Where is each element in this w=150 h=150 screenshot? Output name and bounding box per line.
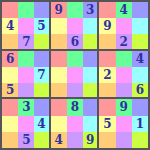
sudoku-cell-r5c9[interactable] [132, 67, 148, 83]
sudoku-cell-r4c9[interactable]: 4 [132, 51, 148, 67]
sudoku-cell-r6c6[interactable] [83, 83, 99, 99]
sudoku-cell-r4c5[interactable] [67, 51, 83, 67]
sudoku-cell-r2c6[interactable] [83, 18, 99, 34]
sudoku-cell-r9c1[interactable] [2, 132, 18, 148]
sudoku-cell-r2c7[interactable]: 9 [99, 18, 115, 34]
sudoku-cell-r6c7[interactable] [99, 83, 115, 99]
sudoku-cell-r5c4[interactable] [51, 67, 67, 83]
sudoku-cell-r3c3[interactable] [34, 34, 50, 50]
sudoku-board: 934459762647256389451549 [0, 0, 150, 150]
sudoku-cell-r8c9[interactable]: 1 [132, 116, 148, 132]
sudoku-cell-r4c8[interactable] [116, 51, 132, 67]
sudoku-cell-r3c9[interactable] [132, 34, 148, 50]
sudoku-cell-r8c6[interactable] [83, 116, 99, 132]
sudoku-cell-r1c7[interactable] [99, 2, 115, 18]
sudoku-cell-r7c5[interactable]: 8 [67, 99, 83, 115]
sudoku-cell-r5c6[interactable] [83, 67, 99, 83]
sudoku-cell-r4c1[interactable]: 6 [2, 51, 18, 67]
sudoku-cell-r9c4[interactable]: 4 [51, 132, 67, 148]
sudoku-cell-r9c6[interactable]: 9 [83, 132, 99, 148]
sudoku-cell-r7c6[interactable] [83, 99, 99, 115]
sudoku-cell-r1c1[interactable] [2, 2, 18, 18]
sudoku-cell-r1c5[interactable] [67, 2, 83, 18]
sudoku-cell-r3c6[interactable] [83, 34, 99, 50]
sudoku-cell-r7c8[interactable]: 9 [116, 99, 132, 115]
sudoku-cell-r8c8[interactable] [116, 116, 132, 132]
sudoku-cell-r1c6[interactable]: 3 [83, 2, 99, 18]
sudoku-cell-r2c4[interactable] [51, 18, 67, 34]
sudoku-cell-r9c8[interactable] [116, 132, 132, 148]
sudoku-cell-r5c2[interactable] [18, 67, 34, 83]
sudoku-cell-r7c2[interactable]: 3 [18, 99, 34, 115]
sudoku-cell-r1c9[interactable] [132, 2, 148, 18]
sudoku-cell-r1c3[interactable] [34, 2, 50, 18]
sudoku-cell-r8c3[interactable]: 4 [34, 116, 50, 132]
sudoku-cell-r9c9[interactable] [132, 132, 148, 148]
sudoku-cell-r6c3[interactable] [34, 83, 50, 99]
sudoku-cell-r3c7[interactable] [99, 34, 115, 50]
sudoku-cell-r3c2[interactable]: 7 [18, 34, 34, 50]
sudoku-cell-r2c3[interactable]: 5 [34, 18, 50, 34]
sudoku-cell-r4c4[interactable] [51, 51, 67, 67]
sudoku-cell-r9c3[interactable] [34, 132, 50, 148]
sudoku-cell-r1c4[interactable]: 9 [51, 2, 67, 18]
sudoku-cell-r3c5[interactable]: 6 [67, 34, 83, 50]
sudoku-cell-r7c9[interactable] [132, 99, 148, 115]
sudoku-cell-r5c8[interactable] [116, 67, 132, 83]
sudoku-cell-r5c1[interactable] [2, 67, 18, 83]
sudoku-cell-r9c2[interactable]: 5 [18, 132, 34, 148]
sudoku-cell-r4c6[interactable] [83, 51, 99, 67]
sudoku-cell-r7c3[interactable] [34, 99, 50, 115]
sudoku-cell-r6c1[interactable]: 5 [2, 83, 18, 99]
sudoku-cell-r3c8[interactable]: 2 [116, 34, 132, 50]
sudoku-cell-r6c5[interactable] [67, 83, 83, 99]
sudoku-cell-r6c8[interactable] [116, 83, 132, 99]
sudoku-cell-r5c3[interactable]: 7 [34, 67, 50, 83]
sudoku-cell-r7c7[interactable] [99, 99, 115, 115]
sudoku-cell-r5c5[interactable] [67, 67, 83, 83]
sudoku-cell-r8c5[interactable] [67, 116, 83, 132]
sudoku-cell-r4c3[interactable] [34, 51, 50, 67]
sudoku-cell-r6c4[interactable] [51, 83, 67, 99]
sudoku-cell-r2c9[interactable] [132, 18, 148, 34]
sudoku-cell-r9c5[interactable] [67, 132, 83, 148]
sudoku-cell-r2c8[interactable] [116, 18, 132, 34]
sudoku-cell-r8c4[interactable] [51, 116, 67, 132]
sudoku-cell-r7c1[interactable] [2, 99, 18, 115]
sudoku-cell-r2c2[interactable] [18, 18, 34, 34]
sudoku-cell-r6c2[interactable] [18, 83, 34, 99]
sudoku-cell-r9c7[interactable] [99, 132, 115, 148]
sudoku-cell-r3c1[interactable] [2, 34, 18, 50]
sudoku-cell-r8c2[interactable] [18, 116, 34, 132]
sudoku-cell-r2c5[interactable] [67, 18, 83, 34]
sudoku-cell-r3c4[interactable] [51, 34, 67, 50]
sudoku-cell-r1c2[interactable] [18, 2, 34, 18]
sudoku-cell-r6c9[interactable]: 6 [132, 83, 148, 99]
sudoku-cell-r4c7[interactable] [99, 51, 115, 67]
sudoku-cell-r5c7[interactable]: 2 [99, 67, 115, 83]
sudoku-cell-r4c2[interactable] [18, 51, 34, 67]
sudoku-cell-r7c4[interactable] [51, 99, 67, 115]
sudoku-cell-r2c1[interactable]: 4 [2, 18, 18, 34]
sudoku-cell-r1c8[interactable]: 4 [116, 2, 132, 18]
sudoku-cell-r8c1[interactable] [2, 116, 18, 132]
sudoku-cell-r8c7[interactable]: 5 [99, 116, 115, 132]
